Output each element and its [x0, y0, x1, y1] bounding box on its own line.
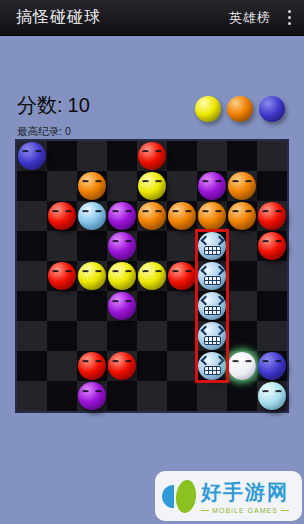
ball-red[interactable] [168, 262, 196, 290]
board-cell[interactable] [137, 321, 167, 351]
closed-eyes-icon [81, 270, 103, 276]
top-bar-actions: 英雄榜 [229, 7, 304, 28]
teeth-mouth-icon [204, 336, 221, 345]
board-cell[interactable] [107, 321, 137, 351]
ball-indigo[interactable] [258, 352, 286, 380]
closed-eyes-icon [201, 180, 223, 186]
board-cell[interactable] [137, 141, 167, 171]
ball-orange[interactable] [138, 202, 166, 230]
board-cell[interactable] [47, 291, 77, 321]
closed-eyes-icon [141, 180, 163, 186]
leaderboard-button[interactable]: 英雄榜 [229, 9, 271, 27]
site-name: 好手游网 [201, 479, 289, 506]
board-cell[interactable] [257, 201, 287, 231]
board-cell[interactable] [257, 381, 287, 411]
ball-orange[interactable] [228, 172, 256, 200]
score-value: 10 [68, 94, 90, 116]
board-cell[interactable] [137, 261, 167, 291]
board-cell[interactable] [257, 261, 287, 291]
closed-eyes-icon [111, 300, 133, 306]
board-cell[interactable] [47, 171, 77, 201]
ball-orange[interactable] [228, 202, 256, 230]
grimace-eyes-icon [202, 357, 223, 364]
ball-white-selected[interactable] [228, 352, 256, 380]
board-cell[interactable] [197, 261, 227, 291]
closed-eyes-icon [111, 270, 133, 276]
site-logo-icon [161, 476, 197, 516]
board-cell[interactable] [77, 381, 107, 411]
next-ball-indigo [259, 96, 285, 122]
closed-eyes-icon [141, 270, 163, 276]
board-cell[interactable] [227, 171, 257, 201]
closed-eyes-icon [231, 360, 253, 366]
board-cell[interactable] [227, 261, 257, 291]
closed-eyes-icon [261, 360, 283, 366]
closed-eyes-icon [141, 210, 163, 216]
closed-eyes-icon [111, 360, 133, 366]
board-cell[interactable] [47, 381, 77, 411]
board-cell[interactable] [137, 291, 167, 321]
board-cell[interactable] [167, 171, 197, 201]
best-score-value: 0 [65, 125, 71, 137]
closed-eyes-icon [51, 210, 73, 216]
board-cell[interactable] [197, 171, 227, 201]
board-cell[interactable] [107, 261, 137, 291]
next-ball-yellow [195, 96, 221, 122]
closed-eyes-icon [261, 390, 283, 396]
board-cell[interactable] [257, 231, 287, 261]
board-cell[interactable] [17, 201, 47, 231]
closed-eyes-icon [171, 210, 193, 216]
teeth-mouth-icon [204, 276, 221, 285]
closed-eyes-icon [231, 180, 253, 186]
board-cell[interactable] [197, 231, 227, 261]
closed-eyes-icon [81, 180, 103, 186]
board-cell[interactable] [197, 321, 227, 351]
board-cell[interactable] [107, 351, 137, 381]
ball-indigo[interactable] [18, 142, 46, 170]
board-cell[interactable] [137, 381, 167, 411]
closed-eyes-icon [231, 210, 253, 216]
board-cell[interactable] [167, 231, 197, 261]
ball-red[interactable] [48, 262, 76, 290]
board-cell[interactable] [17, 381, 47, 411]
board-cell[interactable] [197, 201, 227, 231]
teeth-mouth-icon [204, 246, 221, 255]
board-cell[interactable] [167, 201, 197, 231]
board-cell[interactable] [77, 231, 107, 261]
grimace-eyes-icon [202, 267, 223, 274]
ball-blue-grimace[interactable] [198, 322, 226, 350]
ball-red[interactable] [78, 352, 106, 380]
next-ball-orange [227, 96, 253, 122]
board-cell[interactable] [257, 351, 287, 381]
board-cell[interactable] [197, 141, 227, 171]
ball-purple[interactable] [108, 202, 136, 230]
board-cell[interactable] [17, 291, 47, 321]
board-cell[interactable] [107, 201, 137, 231]
board-cell[interactable] [137, 231, 167, 261]
closed-eyes-icon [171, 270, 193, 276]
closed-eyes-icon [81, 210, 103, 216]
ball-yellow[interactable] [138, 172, 166, 200]
best-score-line: 最高纪录:0 [17, 125, 90, 139]
closed-eyes-icon [261, 210, 283, 216]
closed-eyes-icon [111, 210, 133, 216]
board-cell[interactable] [17, 171, 47, 201]
board-cell[interactable] [47, 321, 77, 351]
board-cell[interactable] [227, 321, 257, 351]
board-cell[interactable] [77, 261, 107, 291]
grimace-eyes-icon [202, 297, 223, 304]
board-cell[interactable] [227, 141, 257, 171]
board-cell[interactable] [107, 381, 137, 411]
ball-purple[interactable] [108, 292, 136, 320]
site-watermark-badge: 好手游网 MOBILE GAMES [155, 471, 302, 521]
board-cell[interactable] [197, 351, 227, 381]
site-watermark-text: 好手游网 MOBILE GAMES [201, 479, 289, 514]
board-cell[interactable] [257, 141, 287, 171]
board-cell[interactable] [107, 141, 137, 171]
ball-orange[interactable] [168, 202, 196, 230]
board-cell[interactable] [197, 291, 227, 321]
board-cell[interactable] [227, 381, 257, 411]
ball-blue-grimace[interactable] [198, 232, 226, 260]
board-cell[interactable] [77, 201, 107, 231]
closed-eyes-icon [81, 390, 103, 396]
best-score-label: 最高纪录: [17, 125, 62, 137]
board-cell[interactable] [167, 291, 197, 321]
app-top-bar: 搞怪碰碰球 英雄榜 [0, 0, 304, 36]
board-cell[interactable] [77, 351, 107, 381]
ball-yellow[interactable] [138, 262, 166, 290]
overflow-menu-icon[interactable] [284, 7, 295, 28]
board-cell[interactable] [47, 261, 77, 291]
game-board [15, 139, 289, 413]
ball-orange[interactable] [198, 202, 226, 230]
board-cell[interactable] [167, 381, 197, 411]
ball-red[interactable] [48, 202, 76, 230]
board-cell[interactable] [47, 201, 77, 231]
ball-purple[interactable] [198, 172, 226, 200]
board-cell[interactable] [17, 351, 47, 381]
grimace-eyes-icon [202, 237, 223, 244]
board-cell[interactable] [197, 381, 227, 411]
closed-eyes-icon [81, 360, 103, 366]
ball-yellow[interactable] [108, 262, 136, 290]
teeth-mouth-icon [204, 306, 221, 315]
ball-purple[interactable] [78, 382, 106, 410]
ball-cyan[interactable] [78, 202, 106, 230]
closed-eyes-icon [51, 270, 73, 276]
board-cell[interactable] [167, 141, 197, 171]
board-cell[interactable] [77, 291, 107, 321]
board-cell[interactable] [47, 351, 77, 381]
closed-eyes-icon [141, 150, 163, 156]
board-cell[interactable] [107, 231, 137, 261]
closed-eyes-icon [201, 210, 223, 216]
board-cell[interactable] [77, 141, 107, 171]
ball-orange[interactable] [78, 172, 106, 200]
ball-pale-cyan[interactable] [258, 382, 286, 410]
board-cell[interactable] [77, 321, 107, 351]
ball-purple[interactable] [108, 232, 136, 260]
board-cell[interactable] [17, 321, 47, 351]
board-cell[interactable] [47, 231, 77, 261]
ball-red[interactable] [258, 202, 286, 230]
board-cell[interactable] [227, 351, 257, 381]
board-cell[interactable] [137, 171, 167, 201]
closed-eyes-icon [111, 240, 133, 246]
closed-eyes-icon [261, 240, 283, 246]
ball-yellow[interactable] [78, 262, 106, 290]
board-cell[interactable] [107, 171, 137, 201]
board-cell[interactable] [77, 171, 107, 201]
score-line: 分数:10 [17, 92, 90, 119]
board-cell[interactable] [47, 141, 77, 171]
grimace-eyes-icon [202, 327, 223, 334]
app-title: 搞怪碰碰球 [16, 7, 101, 28]
teeth-mouth-icon [204, 366, 221, 375]
board-cell[interactable] [257, 171, 287, 201]
ball-blue-grimace[interactable] [198, 292, 226, 320]
next-balls-preview [195, 96, 285, 122]
board-cell[interactable] [17, 141, 47, 171]
board-cell[interactable] [257, 291, 287, 321]
board-cell[interactable] [227, 231, 257, 261]
closed-eyes-icon [21, 150, 43, 156]
board-cell[interactable] [137, 351, 167, 381]
ball-blue-grimace[interactable] [198, 262, 226, 290]
board-cell[interactable] [167, 351, 197, 381]
board-cell[interactable] [167, 321, 197, 351]
ball-red[interactable] [138, 142, 166, 170]
board-cell[interactable] [17, 261, 47, 291]
score-label: 分数: [17, 94, 63, 116]
ball-red[interactable] [108, 352, 136, 380]
board-cell[interactable] [227, 201, 257, 231]
score-area: 分数:10 最高纪录:0 [17, 92, 90, 139]
board-cell[interactable] [107, 291, 137, 321]
board-cell[interactable] [167, 261, 197, 291]
board-cell[interactable] [17, 231, 47, 261]
board-cell[interactable] [137, 201, 167, 231]
board-cell[interactable] [227, 291, 257, 321]
site-subtitle-text: MOBILE GAMES [212, 507, 278, 514]
site-subtitle: MOBILE GAMES [201, 507, 289, 514]
ball-blue-grimace[interactable] [198, 352, 226, 380]
board-cell[interactable] [257, 321, 287, 351]
ball-red[interactable] [258, 232, 286, 260]
game-screen: 搞怪碰碰球 英雄榜 分数:10 最高纪录:0 好手游网 MOBILE GAMES [0, 0, 304, 524]
